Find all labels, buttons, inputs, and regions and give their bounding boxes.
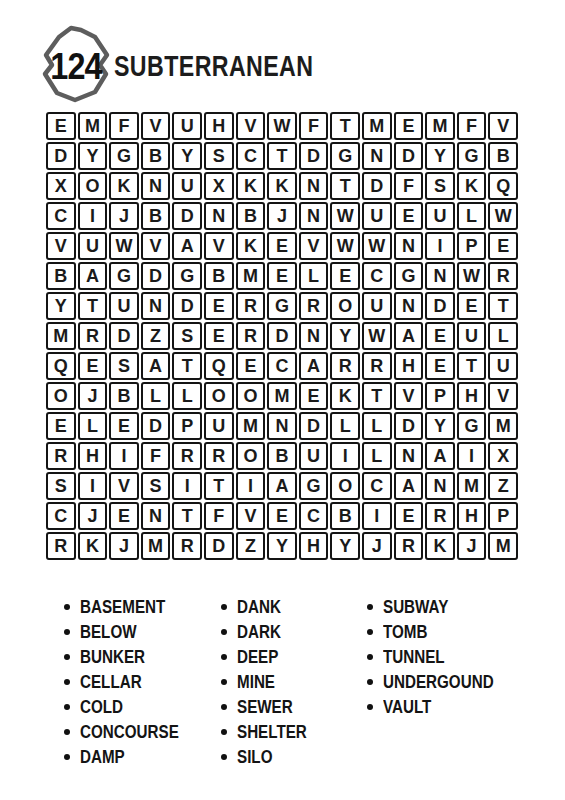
grid-cell[interactable]: E xyxy=(236,352,266,380)
grid-cell[interactable]: G xyxy=(330,142,360,170)
grid-cell[interactable]: N xyxy=(141,292,171,320)
grid-cell[interactable]: E xyxy=(394,202,424,230)
grid-cell[interactable]: F xyxy=(457,112,487,140)
grid-cell[interactable]: N xyxy=(425,262,455,290)
grid-cell[interactable]: W xyxy=(267,112,297,140)
bullet-icon xyxy=(221,654,227,660)
grid-cell[interactable]: K xyxy=(330,382,360,410)
grid-cell[interactable]: K xyxy=(267,172,297,200)
grid-cell[interactable]: E xyxy=(457,292,487,320)
grid-cell[interactable]: L xyxy=(172,382,202,410)
grid-cell[interactable]: E xyxy=(299,382,329,410)
word-label: BUNKER xyxy=(80,646,145,668)
grid-cell[interactable]: V xyxy=(141,112,171,140)
grid-cell[interactable]: Y xyxy=(267,532,297,560)
bullet-icon xyxy=(367,679,373,685)
grid-cell[interactable]: N xyxy=(267,412,297,440)
word-label: SEWER xyxy=(237,696,293,718)
bullet-icon xyxy=(367,629,373,635)
grid-cell[interactable]: V xyxy=(109,472,139,500)
grid-cell[interactable]: D xyxy=(299,412,329,440)
word-label: DARK xyxy=(237,621,281,643)
grid-cell[interactable]: W xyxy=(330,232,360,260)
grid-cell[interactable]: P xyxy=(457,232,487,260)
grid-cell[interactable]: J xyxy=(109,202,139,230)
word-column-3: SUBWAYTOMBTUNNELUNDERGOUNDVAULT xyxy=(367,594,521,719)
wordsearch-grid: EMFVUHVWFTMEMFVDYGBYSCTDGNDYGBXOKNUXKKNT… xyxy=(46,112,518,560)
grid-cell[interactable]: M xyxy=(362,112,392,140)
page-title: SUBTERRANEAN xyxy=(114,50,313,83)
grid-cell[interactable]: L xyxy=(362,442,392,470)
grid-cell[interactable]: I xyxy=(330,442,360,470)
grid-cell[interactable]: O xyxy=(204,382,234,410)
grid-cell[interactable]: U xyxy=(172,172,202,200)
grid-cell[interactable]: U xyxy=(109,292,139,320)
grid-cell[interactable]: G xyxy=(267,292,297,320)
grid-cell[interactable]: V xyxy=(488,382,518,410)
grid-cell[interactable]: D xyxy=(204,532,234,560)
grid-cell[interactable]: L xyxy=(362,412,392,440)
bullet-icon xyxy=(367,654,373,660)
word-item: VAULT xyxy=(367,694,521,719)
word-item: BUNKER xyxy=(64,644,204,669)
grid-cell[interactable]: D xyxy=(141,412,171,440)
grid-cell[interactable]: M xyxy=(141,532,171,560)
grid-cell[interactable]: F xyxy=(141,442,171,470)
grid-cell[interactable]: A xyxy=(78,262,108,290)
grid-cell[interactable]: E xyxy=(425,352,455,380)
grid-cell[interactable]: R xyxy=(78,322,108,350)
grid-cell[interactable]: J xyxy=(267,202,297,230)
grid-cell[interactable]: F xyxy=(109,112,139,140)
grid-cell[interactable]: B xyxy=(141,202,171,230)
grid-cell[interactable]: O xyxy=(330,472,360,500)
grid-cell[interactable]: R xyxy=(204,442,234,470)
word-item: SEWER xyxy=(221,694,324,719)
grid-cell[interactable]: A xyxy=(141,352,171,380)
grid-cell[interactable]: D xyxy=(425,292,455,320)
grid-cell[interactable]: H xyxy=(204,112,234,140)
grid-cell[interactable]: C xyxy=(362,472,392,500)
grid-cell[interactable]: N xyxy=(299,172,329,200)
grid-cell[interactable]: M xyxy=(236,262,266,290)
grid-cell[interactable]: B xyxy=(267,442,297,470)
grid-cell[interactable]: W xyxy=(362,322,392,350)
word-item: TOMB xyxy=(367,619,521,644)
grid-cell[interactable]: G xyxy=(299,472,329,500)
grid-cell[interactable]: V xyxy=(488,112,518,140)
grid-cell[interactable]: N xyxy=(362,142,392,170)
grid-cell[interactable]: T xyxy=(362,382,392,410)
grid-cell[interactable]: S xyxy=(46,472,76,500)
grid-cell[interactable]: C xyxy=(299,502,329,530)
word-item: CELLAR xyxy=(64,669,204,694)
grid-cell[interactable]: N xyxy=(394,292,424,320)
grid-cell[interactable]: T xyxy=(267,142,297,170)
grid-cell[interactable]: C xyxy=(267,352,297,380)
grid-cell[interactable]: W xyxy=(362,232,392,260)
grid-cell[interactable]: U xyxy=(78,232,108,260)
grid-cell[interactable]: D xyxy=(394,142,424,170)
word-label: UNDERGOUND xyxy=(383,671,494,693)
grid-cell[interactable]: A xyxy=(394,322,424,350)
grid-cell[interactable]: Y xyxy=(425,412,455,440)
grid-cell[interactable]: K xyxy=(236,172,266,200)
grid-cell[interactable]: U xyxy=(299,442,329,470)
grid-cell[interactable]: N xyxy=(299,322,329,350)
grid-cell[interactable]: X xyxy=(204,172,234,200)
grid-cell[interactable]: U xyxy=(362,292,392,320)
bullet-icon xyxy=(367,604,373,610)
grid-cell[interactable]: M xyxy=(46,322,76,350)
grid-cell[interactable]: Q xyxy=(46,352,76,380)
grid-cell[interactable]: U xyxy=(457,322,487,350)
puzzle-number-badge: 124 xyxy=(38,24,114,104)
bullet-icon xyxy=(64,654,70,660)
grid-cell[interactable]: R xyxy=(488,262,518,290)
grid-cell[interactable]: X xyxy=(488,442,518,470)
grid-cell[interactable]: H xyxy=(457,502,487,530)
grid-cell[interactable]: T xyxy=(78,292,108,320)
grid-cell[interactable]: R xyxy=(425,502,455,530)
grid-cell[interactable]: F xyxy=(299,112,329,140)
grid-cell[interactable]: V xyxy=(236,502,266,530)
grid-cell[interactable]: R xyxy=(299,292,329,320)
bullet-icon xyxy=(221,629,227,635)
grid-cell[interactable]: E xyxy=(204,292,234,320)
grid-cell[interactable]: S xyxy=(141,472,171,500)
grid-cell[interactable]: N xyxy=(394,232,424,260)
grid-cell[interactable]: P xyxy=(425,382,455,410)
grid-cell[interactable]: E xyxy=(267,232,297,260)
grid-cell[interactable]: A xyxy=(299,352,329,380)
grid-cell[interactable]: E xyxy=(109,412,139,440)
grid-cell[interactable]: R xyxy=(46,442,76,470)
grid-cell[interactable]: B xyxy=(141,142,171,170)
grid-cell[interactable]: W xyxy=(109,232,139,260)
grid-cell[interactable]: G xyxy=(109,142,139,170)
grid-cell[interactable]: O xyxy=(46,382,76,410)
grid-cell[interactable]: S xyxy=(425,172,455,200)
word-list: BASEMENTBELOWBUNKERCELLARCOLDCONCOURSEDA… xyxy=(0,594,565,784)
word-label: DEEP xyxy=(237,646,278,668)
grid-cell[interactable]: E xyxy=(394,502,424,530)
grid-cell[interactable]: G xyxy=(457,412,487,440)
grid-cell[interactable]: G xyxy=(394,262,424,290)
grid-cell[interactable]: E xyxy=(267,262,297,290)
bullet-icon xyxy=(221,754,227,760)
grid-cell[interactable]: I xyxy=(78,472,108,500)
grid-cell[interactable]: T xyxy=(330,172,360,200)
grid-cell[interactable]: A xyxy=(267,472,297,500)
word-label: MINE xyxy=(237,671,275,693)
grid-cell[interactable]: L xyxy=(299,262,329,290)
grid-cell[interactable]: H xyxy=(457,382,487,410)
word-item: SHELTER xyxy=(221,719,324,744)
word-label: COLD xyxy=(80,696,123,718)
grid-cell[interactable]: L xyxy=(488,322,518,350)
grid-cell[interactable]: B xyxy=(488,142,518,170)
grid-cell[interactable]: E xyxy=(204,322,234,350)
grid-cell[interactable]: Y xyxy=(172,142,202,170)
word-label: TOMB xyxy=(383,621,427,643)
grid-cell[interactable]: E xyxy=(488,232,518,260)
grid-cell[interactable]: D xyxy=(141,262,171,290)
grid-cell[interactable]: T xyxy=(488,292,518,320)
grid-cell[interactable]: H xyxy=(299,532,329,560)
word-item: TUNNEL xyxy=(367,644,521,669)
grid-cell[interactable]: U xyxy=(172,112,202,140)
grid-cell[interactable]: I xyxy=(236,472,266,500)
grid-cell[interactable]: M xyxy=(425,112,455,140)
grid-cell[interactable]: K xyxy=(78,532,108,560)
grid-cell[interactable]: J xyxy=(78,382,108,410)
bullet-icon xyxy=(64,704,70,710)
grid-cell[interactable]: V xyxy=(299,232,329,260)
bullet-icon xyxy=(64,679,70,685)
grid-cell[interactable]: R xyxy=(330,352,360,380)
grid-cell[interactable]: H xyxy=(78,442,108,470)
grid-cell[interactable]: E xyxy=(394,112,424,140)
grid-cell[interactable]: B xyxy=(109,382,139,410)
grid-cell[interactable]: W xyxy=(488,202,518,230)
word-label: BASEMENT xyxy=(80,596,165,618)
grid-cell[interactable]: G xyxy=(457,142,487,170)
puzzle-number: 124 xyxy=(42,30,110,104)
grid-cell[interactable]: P xyxy=(488,502,518,530)
grid-cell[interactable]: S xyxy=(109,352,139,380)
word-item: MINE xyxy=(221,669,324,694)
word-label: BELOW xyxy=(80,621,137,643)
grid-cell[interactable]: X xyxy=(46,172,76,200)
grid-cell[interactable]: O xyxy=(236,442,266,470)
bullet-icon xyxy=(221,604,227,610)
bullet-icon xyxy=(367,704,373,710)
grid-cell[interactable]: D xyxy=(299,142,329,170)
grid-cell[interactable]: J xyxy=(109,532,139,560)
grid-cell[interactable]: R xyxy=(172,532,202,560)
word-item: BELOW xyxy=(64,619,204,644)
grid-cell[interactable]: E xyxy=(267,502,297,530)
word-item: COLD xyxy=(64,694,204,719)
grid-cell[interactable]: P xyxy=(172,412,202,440)
grid-cell[interactable]: L xyxy=(457,202,487,230)
word-label: DANK xyxy=(237,596,281,618)
grid-cell[interactable]: O xyxy=(330,292,360,320)
grid-cell[interactable]: J xyxy=(78,502,108,530)
grid-cell[interactable]: K xyxy=(109,172,139,200)
word-label: CELLAR xyxy=(80,671,142,693)
grid-cell[interactable]: M xyxy=(78,112,108,140)
grid-cell[interactable]: Q xyxy=(488,172,518,200)
grid-cell[interactable]: M xyxy=(236,412,266,440)
grid-cell[interactable]: B xyxy=(236,202,266,230)
grid-cell[interactable]: N xyxy=(141,502,171,530)
grid-cell[interactable]: I xyxy=(172,472,202,500)
word-item: DANK xyxy=(221,594,324,619)
grid-cell[interactable]: E xyxy=(425,322,455,350)
word-item: UNDERGOUND xyxy=(367,669,521,694)
grid-cell[interactable]: I xyxy=(425,232,455,260)
grid-cell[interactable]: C xyxy=(46,202,76,230)
grid-cell[interactable]: B xyxy=(330,502,360,530)
grid-cell[interactable]: T xyxy=(330,112,360,140)
grid-cell[interactable]: Y xyxy=(78,142,108,170)
word-item: DARK xyxy=(221,619,324,644)
grid-cell[interactable]: U xyxy=(425,202,455,230)
grid-cell[interactable]: L xyxy=(78,412,108,440)
grid-cell[interactable]: B xyxy=(204,262,234,290)
grid-cell[interactable]: W xyxy=(457,262,487,290)
word-label: SHELTER xyxy=(237,721,307,743)
grid-cell[interactable]: Z xyxy=(236,532,266,560)
grid-cell[interactable]: Y xyxy=(425,142,455,170)
word-column-1: BASEMENTBELOWBUNKERCELLARCOLDCONCOURSEDA… xyxy=(64,594,204,769)
word-label: DAMP xyxy=(80,746,125,768)
grid-cell[interactable]: C xyxy=(236,142,266,170)
grid-cell[interactable]: T xyxy=(172,502,202,530)
grid-cell[interactable]: L xyxy=(330,412,360,440)
grid-cell[interactable]: I xyxy=(362,502,392,530)
word-item: SILO xyxy=(221,744,324,769)
grid-cell[interactable]: D xyxy=(172,292,202,320)
grid-cell[interactable]: D xyxy=(394,412,424,440)
grid-cell[interactable]: T xyxy=(172,352,202,380)
word-label: TUNNEL xyxy=(383,646,445,668)
grid-cell[interactable]: L xyxy=(141,382,171,410)
worksheet-page: 124 SUBTERRANEAN EMFVUHVWFTMEMFVDYGBYSCT… xyxy=(0,0,565,800)
grid-cell[interactable]: G xyxy=(109,262,139,290)
grid-cell[interactable]: M xyxy=(457,472,487,500)
grid-cell[interactable]: U xyxy=(488,352,518,380)
grid-cell[interactable]: D xyxy=(46,142,76,170)
grid-cell[interactable]: N xyxy=(394,442,424,470)
bullet-icon xyxy=(64,729,70,735)
bullet-icon xyxy=(221,679,227,685)
grid-cell[interactable]: M xyxy=(488,412,518,440)
grid-cell[interactable]: F xyxy=(394,172,424,200)
grid-cell[interactable]: T xyxy=(457,352,487,380)
grid-cell[interactable]: U xyxy=(362,202,392,230)
grid-cell[interactable]: N xyxy=(425,472,455,500)
bullet-icon xyxy=(221,729,227,735)
grid-cell[interactable]: T xyxy=(204,472,234,500)
grid-cell[interactable]: S xyxy=(172,322,202,350)
grid-cell[interactable]: I xyxy=(78,202,108,230)
grid-cell[interactable]: R xyxy=(46,532,76,560)
grid-cell[interactable]: I xyxy=(109,442,139,470)
grid-cell[interactable]: K xyxy=(236,232,266,260)
grid-cell[interactable]: E xyxy=(46,112,76,140)
grid-cell[interactable]: Y xyxy=(330,322,360,350)
grid-cell[interactable]: V xyxy=(394,382,424,410)
grid-cell[interactable]: O xyxy=(78,172,108,200)
grid-cell[interactable]: Y xyxy=(46,292,76,320)
grid-cell[interactable]: C xyxy=(362,262,392,290)
grid-cell[interactable]: R xyxy=(362,352,392,380)
word-column-2: DANKDARKDEEPMINESEWERSHELTERSILO xyxy=(221,594,324,769)
grid-cell[interactable]: J xyxy=(457,532,487,560)
grid-cell[interactable]: N xyxy=(141,172,171,200)
word-label: CONCOURSE xyxy=(80,721,179,743)
grid-cell[interactable]: A xyxy=(172,232,202,260)
grid-cell[interactable]: D xyxy=(267,322,297,350)
bullet-icon xyxy=(64,629,70,635)
grid-cell[interactable]: V xyxy=(204,232,234,260)
grid-cell[interactable]: K xyxy=(425,532,455,560)
grid-cell[interactable]: Z xyxy=(488,472,518,500)
word-label: SUBWAY xyxy=(383,596,448,618)
word-label: SILO xyxy=(237,746,272,768)
grid-cell[interactable]: V xyxy=(141,232,171,260)
bullet-icon xyxy=(221,704,227,710)
grid-cell[interactable]: O xyxy=(236,382,266,410)
grid-cell[interactable]: E xyxy=(109,502,139,530)
grid-cell[interactable]: G xyxy=(172,262,202,290)
word-item: SUBWAY xyxy=(367,594,521,619)
grid-cell[interactable]: V xyxy=(46,232,76,260)
word-label: VAULT xyxy=(383,696,431,718)
grid-cell[interactable]: H xyxy=(394,352,424,380)
grid-cell[interactable]: A xyxy=(425,442,455,470)
grid-cell[interactable]: D xyxy=(362,172,392,200)
grid-cell[interactable]: R xyxy=(172,442,202,470)
grid-cell[interactable]: Z xyxy=(141,322,171,350)
grid-cell[interactable]: R xyxy=(236,292,266,320)
grid-cell[interactable]: E xyxy=(330,262,360,290)
grid-cell[interactable]: D xyxy=(172,202,202,230)
grid-cell[interactable]: R xyxy=(236,322,266,350)
grid-cell[interactable]: D xyxy=(109,322,139,350)
grid-cell[interactable]: C xyxy=(46,502,76,530)
grid-cell[interactable]: J xyxy=(362,532,392,560)
grid-cell[interactable]: I xyxy=(457,442,487,470)
grid-cell[interactable]: Q xyxy=(204,352,234,380)
grid-cell[interactable]: M xyxy=(488,532,518,560)
grid-cell[interactable]: E xyxy=(78,352,108,380)
grid-cell[interactable]: K xyxy=(457,172,487,200)
grid-cell[interactable]: N xyxy=(299,202,329,230)
grid-cell[interactable]: Y xyxy=(330,532,360,560)
word-item: DEEP xyxy=(221,644,324,669)
bullet-icon xyxy=(64,754,70,760)
grid-cell[interactable]: F xyxy=(204,502,234,530)
grid-cell[interactable]: U xyxy=(204,412,234,440)
grid-cell[interactable]: A xyxy=(394,472,424,500)
grid-cell[interactable]: M xyxy=(267,382,297,410)
grid-cell[interactable]: W xyxy=(330,202,360,230)
grid-cell[interactable]: E xyxy=(46,412,76,440)
grid-cell[interactable]: S xyxy=(204,142,234,170)
grid-cell[interactable]: B xyxy=(46,262,76,290)
word-item: CONCOURSE xyxy=(64,719,204,744)
word-item: BASEMENT xyxy=(64,594,204,619)
grid-cell[interactable]: V xyxy=(236,112,266,140)
grid-cell[interactable]: R xyxy=(394,532,424,560)
grid-cell[interactable]: N xyxy=(204,202,234,230)
bullet-icon xyxy=(64,604,70,610)
word-item: DAMP xyxy=(64,744,204,769)
